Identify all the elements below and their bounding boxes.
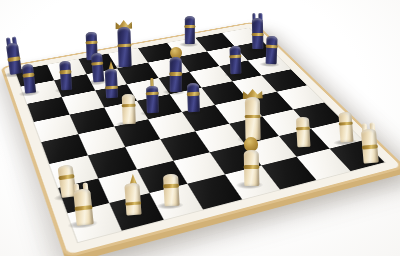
gold-band [85,41,97,45]
piece-black-pawn-h6: ♟ [266,36,278,64]
piece-white-pawn-c5: ♙ [122,94,136,124]
piece-white-pawn-c1: ♙ [163,174,179,207]
piece-body [124,183,141,215]
gold-band [229,54,241,58]
gold-band [296,126,310,130]
piece-body [245,97,261,140]
piece-black-pawn-b7: ♟ [59,61,73,91]
piece-black-pawn-a7: ♟ [22,64,37,94]
piece-white-rook-h1: ♖ [360,123,378,164]
gold-band [243,166,259,170]
piece-body [229,45,241,74]
gold-band [245,115,261,119]
gold-band [339,121,353,125]
piece-body [187,82,200,112]
piece-black-queen-e6: ♛ [170,47,183,92]
piece-body [146,85,159,113]
pieces-layer: ♟♜♟♟♚♜♟♟♟♛♟♞♟♝♙♔♙♙♖♕♙♙♘♖ [0,0,400,256]
piece-body [163,174,179,207]
piece-body [296,116,311,147]
piece-body [185,16,195,44]
piece-white-king-f3: ♔ [245,89,261,140]
gold-band [187,92,200,96]
piece-body [266,36,278,64]
piece-body [22,64,37,94]
piece-white-pawn-g2: ♙ [296,116,311,147]
piece-black-pawn-e5: ♟ [187,82,200,112]
piece-black-knight-c6: ♞ [104,61,118,98]
piece-black-rook-a8: ♜ [5,37,22,75]
piece-body [59,61,73,91]
piece-white-pawn-h2: ♙ [338,111,353,142]
gold-band [169,72,183,75]
piece-black-pawn-f8: ♟ [185,16,195,44]
piece-white-rook-a1: ♖ [72,182,93,226]
gold-band [184,25,195,28]
chess-set-product-photo: ♟♜♟♟♚♜♟♟♟♛♟♞♟♝♙♔♙♙♖♕♙♙♘♖ [0,0,400,256]
gold-band [266,45,278,49]
piece-black-pawn-c7: ♟ [91,53,105,83]
piece-body [338,111,353,142]
piece-black-pawn-g6: ♟ [229,45,241,74]
gold-band [146,91,159,95]
piece-black-rook-h7: ♜ [252,13,264,49]
piece-body [105,70,118,99]
piece-body [91,53,105,83]
piece-black-bishop-d5: ♝ [146,78,159,114]
gold-band [117,44,131,48]
piece-white-queen-e1: ♕ [244,137,260,186]
piece-white-knight-b1: ♘ [124,174,142,216]
gold-band [163,184,179,189]
piece-black-king-d8: ♚ [117,19,131,67]
piece-body [122,94,136,124]
